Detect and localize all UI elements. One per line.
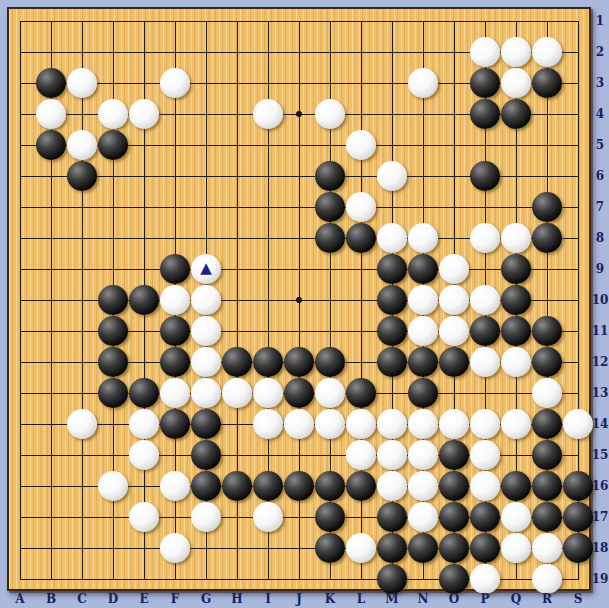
intersection-K3[interactable] — [315, 68, 346, 99]
intersection-N5[interactable] — [408, 130, 439, 161]
intersection-E4[interactable] — [129, 99, 160, 130]
intersection-J7[interactable] — [284, 192, 315, 223]
intersection-F14[interactable] — [160, 409, 191, 440]
intersection-E7[interactable] — [129, 192, 160, 223]
intersection-A4[interactable] — [5, 99, 36, 130]
intersection-B6[interactable] — [36, 161, 67, 192]
intersection-H3[interactable] — [222, 68, 253, 99]
intersection-G16[interactable] — [191, 471, 222, 502]
intersection-R11[interactable] — [532, 316, 563, 347]
intersection-A10[interactable] — [5, 285, 36, 316]
intersection-Q18[interactable] — [501, 533, 532, 564]
intersection-H19[interactable] — [222, 564, 253, 595]
intersection-N6[interactable] — [408, 161, 439, 192]
intersection-M1[interactable] — [377, 6, 408, 37]
intersection-H14[interactable] — [222, 409, 253, 440]
intersection-Q4[interactable] — [501, 99, 532, 130]
intersection-I19[interactable] — [253, 564, 284, 595]
intersection-J8[interactable] — [284, 223, 315, 254]
intersection-C3[interactable] — [67, 68, 98, 99]
intersection-A11[interactable] — [5, 316, 36, 347]
intersection-D18[interactable] — [98, 533, 129, 564]
intersection-Q17[interactable] — [501, 502, 532, 533]
intersection-O10[interactable] — [439, 285, 470, 316]
intersection-K11[interactable] — [315, 316, 346, 347]
intersection-B16[interactable] — [36, 471, 67, 502]
intersection-K15[interactable] — [315, 440, 346, 471]
intersection-L7[interactable] — [346, 192, 377, 223]
intersection-F10[interactable] — [160, 285, 191, 316]
intersection-A5[interactable] — [5, 130, 36, 161]
intersection-Q9[interactable] — [501, 254, 532, 285]
intersection-J3[interactable] — [284, 68, 315, 99]
intersection-S8[interactable] — [563, 223, 594, 254]
intersection-M16[interactable] — [377, 471, 408, 502]
intersection-P3[interactable] — [470, 68, 501, 99]
intersection-E1[interactable] — [129, 6, 160, 37]
intersection-F8[interactable] — [160, 223, 191, 254]
intersection-O18[interactable] — [439, 533, 470, 564]
intersection-P4[interactable] — [470, 99, 501, 130]
intersection-K13[interactable] — [315, 378, 346, 409]
intersection-F5[interactable] — [160, 130, 191, 161]
intersection-A14[interactable] — [5, 409, 36, 440]
intersection-I7[interactable] — [253, 192, 284, 223]
intersection-O16[interactable] — [439, 471, 470, 502]
intersection-S13[interactable] — [563, 378, 594, 409]
intersection-S4[interactable] — [563, 99, 594, 130]
intersection-C9[interactable] — [67, 254, 98, 285]
intersection-J13[interactable] — [284, 378, 315, 409]
intersection-M15[interactable] — [377, 440, 408, 471]
intersection-I3[interactable] — [253, 68, 284, 99]
intersection-O2[interactable] — [439, 37, 470, 68]
intersection-A12[interactable] — [5, 347, 36, 378]
intersection-S19[interactable] — [563, 564, 594, 595]
intersection-F19[interactable] — [160, 564, 191, 595]
intersection-I15[interactable] — [253, 440, 284, 471]
intersection-H12[interactable] — [222, 347, 253, 378]
intersection-J18[interactable] — [284, 533, 315, 564]
intersection-N3[interactable] — [408, 68, 439, 99]
intersection-N13[interactable] — [408, 378, 439, 409]
intersection-I4[interactable] — [253, 99, 284, 130]
intersection-S15[interactable] — [563, 440, 594, 471]
intersection-N8[interactable] — [408, 223, 439, 254]
intersection-F15[interactable] — [160, 440, 191, 471]
intersection-C14[interactable] — [67, 409, 98, 440]
intersection-R12[interactable] — [532, 347, 563, 378]
intersection-F17[interactable] — [160, 502, 191, 533]
intersection-K10[interactable] — [315, 285, 346, 316]
intersection-S11[interactable] — [563, 316, 594, 347]
intersection-C5[interactable] — [67, 130, 98, 161]
intersection-Q16[interactable] — [501, 471, 532, 502]
intersection-N2[interactable] — [408, 37, 439, 68]
intersection-Q12[interactable] — [501, 347, 532, 378]
intersection-M2[interactable] — [377, 37, 408, 68]
intersection-L17[interactable] — [346, 502, 377, 533]
intersection-C10[interactable] — [67, 285, 98, 316]
intersection-F11[interactable] — [160, 316, 191, 347]
intersection-Q6[interactable] — [501, 161, 532, 192]
intersection-J12[interactable] — [284, 347, 315, 378]
intersection-D11[interactable] — [98, 316, 129, 347]
intersection-G12[interactable] — [191, 347, 222, 378]
intersection-G18[interactable] — [191, 533, 222, 564]
intersection-A2[interactable] — [5, 37, 36, 68]
intersection-I1[interactable] — [253, 6, 284, 37]
intersection-I6[interactable] — [253, 161, 284, 192]
intersection-Q1[interactable] — [501, 6, 532, 37]
intersection-G7[interactable] — [191, 192, 222, 223]
intersection-N17[interactable] — [408, 502, 439, 533]
intersection-I13[interactable] — [253, 378, 284, 409]
intersection-M13[interactable] — [377, 378, 408, 409]
intersection-E12[interactable] — [129, 347, 160, 378]
intersection-R13[interactable] — [532, 378, 563, 409]
intersection-P15[interactable] — [470, 440, 501, 471]
intersection-D1[interactable] — [98, 6, 129, 37]
intersection-D9[interactable] — [98, 254, 129, 285]
intersection-L4[interactable] — [346, 99, 377, 130]
intersection-N16[interactable] — [408, 471, 439, 502]
intersection-J17[interactable] — [284, 502, 315, 533]
intersection-M9[interactable] — [377, 254, 408, 285]
intersection-M19[interactable] — [377, 564, 408, 595]
intersection-C2[interactable] — [67, 37, 98, 68]
intersection-C4[interactable] — [67, 99, 98, 130]
intersection-J11[interactable] — [284, 316, 315, 347]
intersection-P18[interactable] — [470, 533, 501, 564]
intersection-H17[interactable] — [222, 502, 253, 533]
intersection-K12[interactable] — [315, 347, 346, 378]
intersection-R15[interactable] — [532, 440, 563, 471]
intersection-H11[interactable] — [222, 316, 253, 347]
intersection-D3[interactable] — [98, 68, 129, 99]
intersection-R9[interactable] — [532, 254, 563, 285]
intersection-Q15[interactable] — [501, 440, 532, 471]
intersection-P7[interactable] — [470, 192, 501, 223]
intersection-D8[interactable] — [98, 223, 129, 254]
intersection-P5[interactable] — [470, 130, 501, 161]
intersection-I18[interactable] — [253, 533, 284, 564]
intersection-E11[interactable] — [129, 316, 160, 347]
intersection-H18[interactable] — [222, 533, 253, 564]
intersection-F6[interactable] — [160, 161, 191, 192]
intersection-G8[interactable] — [191, 223, 222, 254]
intersection-H13[interactable] — [222, 378, 253, 409]
intersection-H2[interactable] — [222, 37, 253, 68]
intersection-H7[interactable] — [222, 192, 253, 223]
intersection-G10[interactable] — [191, 285, 222, 316]
intersection-J19[interactable] — [284, 564, 315, 595]
intersection-F7[interactable] — [160, 192, 191, 223]
intersection-K6[interactable] — [315, 161, 346, 192]
intersection-M11[interactable] — [377, 316, 408, 347]
intersection-I9[interactable] — [253, 254, 284, 285]
intersection-L14[interactable] — [346, 409, 377, 440]
intersection-J1[interactable] — [284, 6, 315, 37]
intersection-O13[interactable] — [439, 378, 470, 409]
intersection-A17[interactable] — [5, 502, 36, 533]
intersection-P12[interactable] — [470, 347, 501, 378]
intersection-Q10[interactable] — [501, 285, 532, 316]
intersection-A1[interactable] — [5, 6, 36, 37]
intersection-J10[interactable] — [284, 285, 315, 316]
intersection-P13[interactable] — [470, 378, 501, 409]
intersection-E16[interactable] — [129, 471, 160, 502]
intersection-N14[interactable] — [408, 409, 439, 440]
intersection-F13[interactable] — [160, 378, 191, 409]
intersection-I12[interactable] — [253, 347, 284, 378]
intersection-L6[interactable] — [346, 161, 377, 192]
intersection-R16[interactable] — [532, 471, 563, 502]
intersection-P2[interactable] — [470, 37, 501, 68]
intersection-O6[interactable] — [439, 161, 470, 192]
intersection-F12[interactable] — [160, 347, 191, 378]
intersection-H5[interactable] — [222, 130, 253, 161]
intersection-R2[interactable] — [532, 37, 563, 68]
intersection-S7[interactable] — [563, 192, 594, 223]
intersection-L9[interactable] — [346, 254, 377, 285]
intersection-S10[interactable] — [563, 285, 594, 316]
intersection-A18[interactable] — [5, 533, 36, 564]
intersection-L16[interactable] — [346, 471, 377, 502]
intersection-L8[interactable] — [346, 223, 377, 254]
intersection-D13[interactable] — [98, 378, 129, 409]
intersection-H8[interactable] — [222, 223, 253, 254]
intersection-P6[interactable] — [470, 161, 501, 192]
intersection-O7[interactable] — [439, 192, 470, 223]
intersection-C13[interactable] — [67, 378, 98, 409]
intersection-H10[interactable] — [222, 285, 253, 316]
intersection-K7[interactable] — [315, 192, 346, 223]
intersection-S6[interactable] — [563, 161, 594, 192]
intersection-R6[interactable] — [532, 161, 563, 192]
intersection-E8[interactable] — [129, 223, 160, 254]
intersection-N11[interactable] — [408, 316, 439, 347]
intersection-A19[interactable] — [5, 564, 36, 595]
intersection-S1[interactable] — [563, 6, 594, 37]
intersection-B18[interactable] — [36, 533, 67, 564]
intersection-B19[interactable] — [36, 564, 67, 595]
intersection-S14[interactable] — [563, 409, 594, 440]
intersection-O12[interactable] — [439, 347, 470, 378]
intersection-E5[interactable] — [129, 130, 160, 161]
intersection-P1[interactable] — [470, 6, 501, 37]
intersection-P19[interactable] — [470, 564, 501, 595]
intersection-C7[interactable] — [67, 192, 98, 223]
intersection-B15[interactable] — [36, 440, 67, 471]
intersection-F18[interactable] — [160, 533, 191, 564]
intersection-A9[interactable] — [5, 254, 36, 285]
intersection-H1[interactable] — [222, 6, 253, 37]
intersection-O4[interactable] — [439, 99, 470, 130]
intersection-S2[interactable] — [563, 37, 594, 68]
intersection-I8[interactable] — [253, 223, 284, 254]
intersection-B1[interactable] — [36, 6, 67, 37]
intersection-M17[interactable] — [377, 502, 408, 533]
intersection-E10[interactable] — [129, 285, 160, 316]
intersection-E18[interactable] — [129, 533, 160, 564]
intersection-H6[interactable] — [222, 161, 253, 192]
intersection-K2[interactable] — [315, 37, 346, 68]
intersection-L12[interactable] — [346, 347, 377, 378]
intersection-K14[interactable] — [315, 409, 346, 440]
intersection-G3[interactable] — [191, 68, 222, 99]
intersection-I10[interactable] — [253, 285, 284, 316]
intersection-N12[interactable] — [408, 347, 439, 378]
intersection-E19[interactable] — [129, 564, 160, 595]
intersection-D14[interactable] — [98, 409, 129, 440]
intersection-L10[interactable] — [346, 285, 377, 316]
intersection-H9[interactable] — [222, 254, 253, 285]
intersection-B13[interactable] — [36, 378, 67, 409]
intersection-F16[interactable] — [160, 471, 191, 502]
intersection-O19[interactable] — [439, 564, 470, 595]
intersection-J2[interactable] — [284, 37, 315, 68]
intersection-B17[interactable] — [36, 502, 67, 533]
intersection-M14[interactable] — [377, 409, 408, 440]
intersection-A13[interactable] — [5, 378, 36, 409]
intersection-C18[interactable] — [67, 533, 98, 564]
intersection-M7[interactable] — [377, 192, 408, 223]
intersection-N10[interactable] — [408, 285, 439, 316]
intersection-K8[interactable] — [315, 223, 346, 254]
intersection-I5[interactable] — [253, 130, 284, 161]
intersection-D16[interactable] — [98, 471, 129, 502]
intersection-O8[interactable] — [439, 223, 470, 254]
intersection-C15[interactable] — [67, 440, 98, 471]
intersection-O9[interactable] — [439, 254, 470, 285]
intersection-B9[interactable] — [36, 254, 67, 285]
intersection-S17[interactable] — [563, 502, 594, 533]
intersection-B3[interactable] — [36, 68, 67, 99]
intersection-J15[interactable] — [284, 440, 315, 471]
intersection-M6[interactable] — [377, 161, 408, 192]
intersection-R17[interactable] — [532, 502, 563, 533]
intersection-B10[interactable] — [36, 285, 67, 316]
intersection-E3[interactable] — [129, 68, 160, 99]
intersection-I16[interactable] — [253, 471, 284, 502]
intersection-D17[interactable] — [98, 502, 129, 533]
intersection-L13[interactable] — [346, 378, 377, 409]
intersection-I2[interactable] — [253, 37, 284, 68]
intersection-I14[interactable] — [253, 409, 284, 440]
intersection-G9[interactable]: ▲ — [191, 254, 222, 285]
intersection-A7[interactable] — [5, 192, 36, 223]
intersection-E2[interactable] — [129, 37, 160, 68]
intersection-O14[interactable] — [439, 409, 470, 440]
intersection-L5[interactable] — [346, 130, 377, 161]
intersection-D5[interactable] — [98, 130, 129, 161]
intersection-G4[interactable] — [191, 99, 222, 130]
intersection-P14[interactable] — [470, 409, 501, 440]
intersection-G13[interactable] — [191, 378, 222, 409]
intersection-K4[interactable] — [315, 99, 346, 130]
intersection-M8[interactable] — [377, 223, 408, 254]
intersection-C11[interactable] — [67, 316, 98, 347]
intersection-B4[interactable] — [36, 99, 67, 130]
intersection-P11[interactable] — [470, 316, 501, 347]
intersection-R5[interactable] — [532, 130, 563, 161]
intersection-S3[interactable] — [563, 68, 594, 99]
intersection-S5[interactable] — [563, 130, 594, 161]
intersection-D4[interactable] — [98, 99, 129, 130]
intersection-S12[interactable] — [563, 347, 594, 378]
intersection-J14[interactable] — [284, 409, 315, 440]
intersection-Q8[interactable] — [501, 223, 532, 254]
intersection-P10[interactable] — [470, 285, 501, 316]
intersection-O3[interactable] — [439, 68, 470, 99]
intersection-R3[interactable] — [532, 68, 563, 99]
intersection-C19[interactable] — [67, 564, 98, 595]
intersection-C12[interactable] — [67, 347, 98, 378]
intersection-A3[interactable] — [5, 68, 36, 99]
intersection-S18[interactable] — [563, 533, 594, 564]
intersection-R19[interactable] — [532, 564, 563, 595]
intersection-B14[interactable] — [36, 409, 67, 440]
intersection-G19[interactable] — [191, 564, 222, 595]
intersection-N9[interactable] — [408, 254, 439, 285]
intersection-N18[interactable] — [408, 533, 439, 564]
intersection-P16[interactable] — [470, 471, 501, 502]
intersection-P17[interactable] — [470, 502, 501, 533]
intersection-J4[interactable] — [284, 99, 315, 130]
intersection-D10[interactable] — [98, 285, 129, 316]
intersection-E15[interactable] — [129, 440, 160, 471]
intersection-C6[interactable] — [67, 161, 98, 192]
intersection-M10[interactable] — [377, 285, 408, 316]
intersection-Q11[interactable] — [501, 316, 532, 347]
intersection-S9[interactable] — [563, 254, 594, 285]
intersection-F9[interactable] — [160, 254, 191, 285]
intersection-L19[interactable] — [346, 564, 377, 595]
intersection-E6[interactable] — [129, 161, 160, 192]
intersection-F4[interactable] — [160, 99, 191, 130]
intersection-G15[interactable] — [191, 440, 222, 471]
intersection-K5[interactable] — [315, 130, 346, 161]
intersection-R4[interactable] — [532, 99, 563, 130]
intersection-M3[interactable] — [377, 68, 408, 99]
intersection-N7[interactable] — [408, 192, 439, 223]
intersection-D15[interactable] — [98, 440, 129, 471]
intersection-N1[interactable] — [408, 6, 439, 37]
intersection-N15[interactable] — [408, 440, 439, 471]
intersection-D19[interactable] — [98, 564, 129, 595]
intersection-Q5[interactable] — [501, 130, 532, 161]
intersection-P8[interactable] — [470, 223, 501, 254]
intersection-R8[interactable] — [532, 223, 563, 254]
intersection-O5[interactable] — [439, 130, 470, 161]
intersection-A15[interactable] — [5, 440, 36, 471]
intersection-G14[interactable] — [191, 409, 222, 440]
intersection-B5[interactable] — [36, 130, 67, 161]
intersection-Q14[interactable] — [501, 409, 532, 440]
intersection-A8[interactable] — [5, 223, 36, 254]
intersection-A6[interactable] — [5, 161, 36, 192]
intersection-C1[interactable] — [67, 6, 98, 37]
intersection-B2[interactable] — [36, 37, 67, 68]
intersection-R14[interactable] — [532, 409, 563, 440]
intersection-Q19[interactable] — [501, 564, 532, 595]
intersection-G11[interactable] — [191, 316, 222, 347]
intersection-F1[interactable] — [160, 6, 191, 37]
intersection-J16[interactable] — [284, 471, 315, 502]
intersection-M5[interactable] — [377, 130, 408, 161]
intersection-F2[interactable] — [160, 37, 191, 68]
